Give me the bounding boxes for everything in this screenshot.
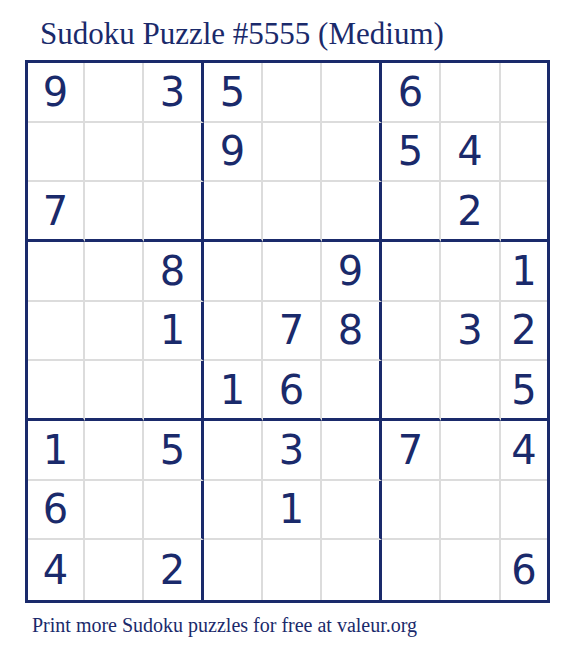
cell[interactable]: 3 — [263, 421, 322, 481]
cell[interactable]: 6 — [382, 63, 441, 123]
cell[interactable] — [28, 361, 85, 421]
cell[interactable]: 4 — [501, 421, 547, 481]
cell[interactable]: 1 — [28, 421, 85, 481]
cell[interactable] — [28, 242, 85, 302]
cell[interactable] — [85, 540, 144, 600]
cell[interactable]: 1 — [204, 361, 263, 421]
cell[interactable]: 9 — [322, 242, 382, 302]
cell[interactable]: 6 — [263, 361, 322, 421]
cell[interactable] — [204, 182, 263, 242]
cell[interactable] — [85, 182, 144, 242]
cell[interactable] — [144, 123, 204, 183]
cell[interactable] — [263, 182, 322, 242]
cell[interactable] — [85, 242, 144, 302]
cell[interactable] — [322, 63, 382, 123]
cell[interactable] — [382, 182, 441, 242]
cell[interactable] — [382, 540, 441, 600]
cell[interactable]: 9 — [28, 63, 85, 123]
cell[interactable]: 1 — [144, 302, 204, 362]
cell[interactable] — [501, 481, 547, 541]
cell[interactable] — [441, 242, 501, 302]
cell[interactable] — [501, 182, 547, 242]
cell[interactable]: 6 — [28, 481, 85, 541]
cell[interactable] — [322, 361, 382, 421]
cell[interactable] — [85, 421, 144, 481]
cell[interactable]: 3 — [441, 302, 501, 362]
cell[interactable] — [441, 361, 501, 421]
cell[interactable] — [28, 302, 85, 362]
cell[interactable]: 2 — [144, 540, 204, 600]
cell[interactable]: 3 — [144, 63, 204, 123]
cell[interactable]: 5 — [382, 123, 441, 183]
cell[interactable] — [382, 242, 441, 302]
cell[interactable] — [501, 63, 547, 123]
cell[interactable]: 9 — [204, 123, 263, 183]
cell[interactable] — [85, 361, 144, 421]
footer-credit: Print more Sudoku puzzles for free at va… — [32, 613, 574, 637]
cell[interactable] — [263, 242, 322, 302]
cell[interactable]: 5 — [501, 361, 547, 421]
cell[interactable]: 7 — [28, 182, 85, 242]
cell[interactable] — [204, 302, 263, 362]
cell[interactable] — [263, 123, 322, 183]
cell[interactable] — [204, 540, 263, 600]
cell[interactable] — [85, 302, 144, 362]
cell[interactable]: 7 — [263, 302, 322, 362]
cell[interactable] — [204, 421, 263, 481]
cell[interactable] — [382, 302, 441, 362]
cell[interactable]: 1 — [263, 481, 322, 541]
cell[interactable] — [322, 481, 382, 541]
cell[interactable]: 8 — [322, 302, 382, 362]
cell[interactable] — [85, 481, 144, 541]
cell[interactable] — [322, 540, 382, 600]
cell[interactable] — [441, 63, 501, 123]
cell[interactable]: 5 — [144, 421, 204, 481]
cell[interactable]: 5 — [204, 63, 263, 123]
cell[interactable] — [382, 361, 441, 421]
cell[interactable]: 7 — [382, 421, 441, 481]
cell[interactable]: 4 — [441, 123, 501, 183]
cell[interactable] — [322, 182, 382, 242]
cell[interactable] — [85, 123, 144, 183]
cell[interactable] — [441, 481, 501, 541]
cell[interactable] — [263, 540, 322, 600]
cell[interactable]: 6 — [501, 540, 547, 600]
cell[interactable] — [501, 123, 547, 183]
cell[interactable] — [144, 481, 204, 541]
cell[interactable]: 1 — [501, 242, 547, 302]
puzzle-title: Sudoku Puzzle #5555 (Medium) — [40, 15, 574, 53]
cell[interactable] — [28, 123, 85, 183]
sudoku-board: 935695472891178321651537461426 — [25, 60, 550, 603]
cell[interactable]: 2 — [501, 302, 547, 362]
cell[interactable] — [441, 421, 501, 481]
cell[interactable] — [322, 421, 382, 481]
cell[interactable]: 4 — [28, 540, 85, 600]
page: Sudoku Puzzle #5555 (Medium) 93569547289… — [0, 15, 574, 651]
cell[interactable]: 8 — [144, 242, 204, 302]
cell[interactable] — [144, 361, 204, 421]
cell[interactable] — [204, 481, 263, 541]
cell[interactable] — [441, 540, 501, 600]
cell[interactable] — [382, 481, 441, 541]
cell[interactable] — [144, 182, 204, 242]
cell[interactable] — [322, 123, 382, 183]
cell[interactable] — [85, 63, 144, 123]
cell[interactable] — [263, 63, 322, 123]
cell[interactable] — [204, 242, 263, 302]
cell[interactable]: 2 — [441, 182, 501, 242]
